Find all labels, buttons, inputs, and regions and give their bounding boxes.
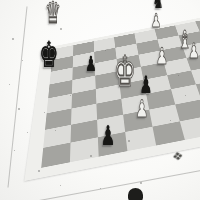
board-logo-icon: ❖ <box>171 149 185 163</box>
speck-dot <box>22 60 23 61</box>
speck-dot <box>9 84 10 85</box>
speck-dot <box>185 95 186 96</box>
speck-dot <box>178 75 179 76</box>
board-grid <box>41 18 200 168</box>
speck-dot <box>55 130 56 131</box>
speck-dot <box>100 188 101 189</box>
speck-dot <box>90 155 92 157</box>
speck-dot <box>170 120 171 121</box>
speck-dot <box>12 38 14 40</box>
piece-white-queen-a8: ♛ <box>45 0 61 28</box>
speck-dot <box>140 182 142 184</box>
speck-dot <box>128 140 130 142</box>
speck-dot <box>14 150 15 151</box>
speck-dot <box>60 185 61 186</box>
square-d1 <box>125 127 156 151</box>
speck-dot <box>44 112 45 113</box>
square-c1 <box>98 132 128 157</box>
mat-edge-line-left <box>7 6 27 187</box>
square-a1 <box>41 143 70 168</box>
piece-black-knight-e8: ♞ <box>153 0 164 11</box>
speck-dot <box>27 132 28 133</box>
speck-dot <box>18 108 20 110</box>
speck-dot <box>38 170 40 172</box>
off-board-piece <box>128 188 143 200</box>
square-b1 <box>70 137 99 162</box>
speck-dot <box>60 28 62 30</box>
speck-dot <box>70 95 71 96</box>
photo-frame: ❖ ♛ ♞ ♟ ♚ ♟ ♝ ♟ ♟ ♚ ♟ ♟ ♟ <box>0 0 200 200</box>
speck-dot <box>105 50 106 51</box>
